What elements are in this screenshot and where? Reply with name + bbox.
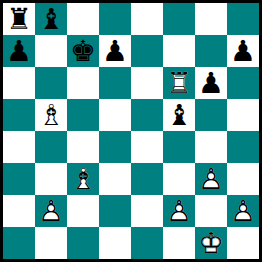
square-d2[interactable] bbox=[99, 195, 131, 227]
square-a7[interactable]: ♟ bbox=[3, 35, 35, 67]
square-b8[interactable]: ♝ bbox=[35, 3, 67, 35]
square-e5[interactable] bbox=[131, 99, 163, 131]
piece-white-B-fill-c3: ♝ bbox=[67, 163, 99, 195]
square-c4[interactable] bbox=[67, 131, 99, 163]
square-a3[interactable] bbox=[3, 163, 35, 195]
square-d7[interactable]: ♟ bbox=[99, 35, 131, 67]
square-g3[interactable]: ♟♙ bbox=[195, 163, 227, 195]
square-e8[interactable] bbox=[131, 3, 163, 35]
piece-white-P-fill-h2: ♟ bbox=[227, 195, 259, 227]
piece-white-R-fill-f6: ♜ bbox=[163, 67, 195, 99]
square-h6[interactable] bbox=[227, 67, 259, 99]
piece-white-P-h2: ♙ bbox=[227, 195, 259, 227]
square-c1[interactable] bbox=[67, 227, 99, 259]
square-g5[interactable] bbox=[195, 99, 227, 131]
square-c2[interactable] bbox=[67, 195, 99, 227]
piece-black-R-a8: ♜ bbox=[3, 3, 35, 35]
square-f3[interactable] bbox=[163, 163, 195, 195]
square-c5[interactable] bbox=[67, 99, 99, 131]
square-g6[interactable]: ♟ bbox=[195, 67, 227, 99]
square-e1[interactable] bbox=[131, 227, 163, 259]
piece-white-P-fill-b2: ♟ bbox=[35, 195, 67, 227]
square-d6[interactable] bbox=[99, 67, 131, 99]
square-h5[interactable] bbox=[227, 99, 259, 131]
square-a2[interactable] bbox=[3, 195, 35, 227]
square-e2[interactable] bbox=[131, 195, 163, 227]
square-h1[interactable] bbox=[227, 227, 259, 259]
piece-white-P-f2: ♙ bbox=[163, 195, 195, 227]
square-f2[interactable]: ♟♙ bbox=[163, 195, 195, 227]
square-g4[interactable] bbox=[195, 131, 227, 163]
square-b7[interactable] bbox=[35, 35, 67, 67]
square-h7[interactable]: ♟ bbox=[227, 35, 259, 67]
square-e3[interactable] bbox=[131, 163, 163, 195]
square-a4[interactable] bbox=[3, 131, 35, 163]
square-e6[interactable] bbox=[131, 67, 163, 99]
square-a6[interactable] bbox=[3, 67, 35, 99]
square-c8[interactable] bbox=[67, 3, 99, 35]
piece-white-P-fill-g3: ♟ bbox=[195, 163, 227, 195]
piece-black-B-b8: ♝ bbox=[35, 3, 67, 35]
square-f5[interactable]: ♝ bbox=[163, 99, 195, 131]
piece-white-K-g1: ♔ bbox=[195, 227, 227, 259]
chess-board: ♜♝♟♚♟♟♜♖♟♝♗♝♝♗♟♙♟♙♟♙♟♙♚♔ bbox=[0, 0, 262, 262]
square-f7[interactable] bbox=[163, 35, 195, 67]
square-h2[interactable]: ♟♙ bbox=[227, 195, 259, 227]
square-g1[interactable]: ♚♔ bbox=[195, 227, 227, 259]
square-b2[interactable]: ♟♙ bbox=[35, 195, 67, 227]
square-a8[interactable]: ♜ bbox=[3, 3, 35, 35]
piece-black-P-g6: ♟ bbox=[195, 67, 227, 99]
square-b5[interactable]: ♝♗ bbox=[35, 99, 67, 131]
square-d3[interactable] bbox=[99, 163, 131, 195]
square-h8[interactable] bbox=[227, 3, 259, 35]
square-d4[interactable] bbox=[99, 131, 131, 163]
square-g8[interactable] bbox=[195, 3, 227, 35]
piece-white-P-fill-f2: ♟ bbox=[163, 195, 195, 227]
piece-black-P-a7: ♟ bbox=[3, 35, 35, 67]
square-f1[interactable] bbox=[163, 227, 195, 259]
square-b6[interactable] bbox=[35, 67, 67, 99]
piece-white-P-b2: ♙ bbox=[35, 195, 67, 227]
piece-white-K-fill-g1: ♚ bbox=[195, 227, 227, 259]
piece-white-P-g3: ♙ bbox=[195, 163, 227, 195]
square-a1[interactable] bbox=[3, 227, 35, 259]
square-b4[interactable] bbox=[35, 131, 67, 163]
square-g2[interactable] bbox=[195, 195, 227, 227]
square-f6[interactable]: ♜♖ bbox=[163, 67, 195, 99]
piece-white-B-b5: ♗ bbox=[35, 99, 67, 131]
square-c6[interactable] bbox=[67, 67, 99, 99]
square-c7[interactable]: ♚ bbox=[67, 35, 99, 67]
square-d8[interactable] bbox=[99, 3, 131, 35]
square-d5[interactable] bbox=[99, 99, 131, 131]
piece-white-B-fill-b5: ♝ bbox=[35, 99, 67, 131]
piece-white-R-f6: ♖ bbox=[163, 67, 195, 99]
square-e4[interactable] bbox=[131, 131, 163, 163]
piece-black-K-c7: ♚ bbox=[67, 35, 99, 67]
square-c3[interactable]: ♝♗ bbox=[67, 163, 99, 195]
square-a5[interactable] bbox=[3, 99, 35, 131]
square-e7[interactable] bbox=[131, 35, 163, 67]
square-g7[interactable] bbox=[195, 35, 227, 67]
piece-black-B-f5: ♝ bbox=[163, 99, 195, 131]
square-f8[interactable] bbox=[163, 3, 195, 35]
piece-white-B-c3: ♗ bbox=[67, 163, 99, 195]
piece-black-P-h7: ♟ bbox=[227, 35, 259, 67]
square-f4[interactable] bbox=[163, 131, 195, 163]
square-h3[interactable] bbox=[227, 163, 259, 195]
square-d1[interactable] bbox=[99, 227, 131, 259]
square-h4[interactable] bbox=[227, 131, 259, 163]
square-b3[interactable] bbox=[35, 163, 67, 195]
piece-black-P-d7: ♟ bbox=[99, 35, 131, 67]
square-b1[interactable] bbox=[35, 227, 67, 259]
